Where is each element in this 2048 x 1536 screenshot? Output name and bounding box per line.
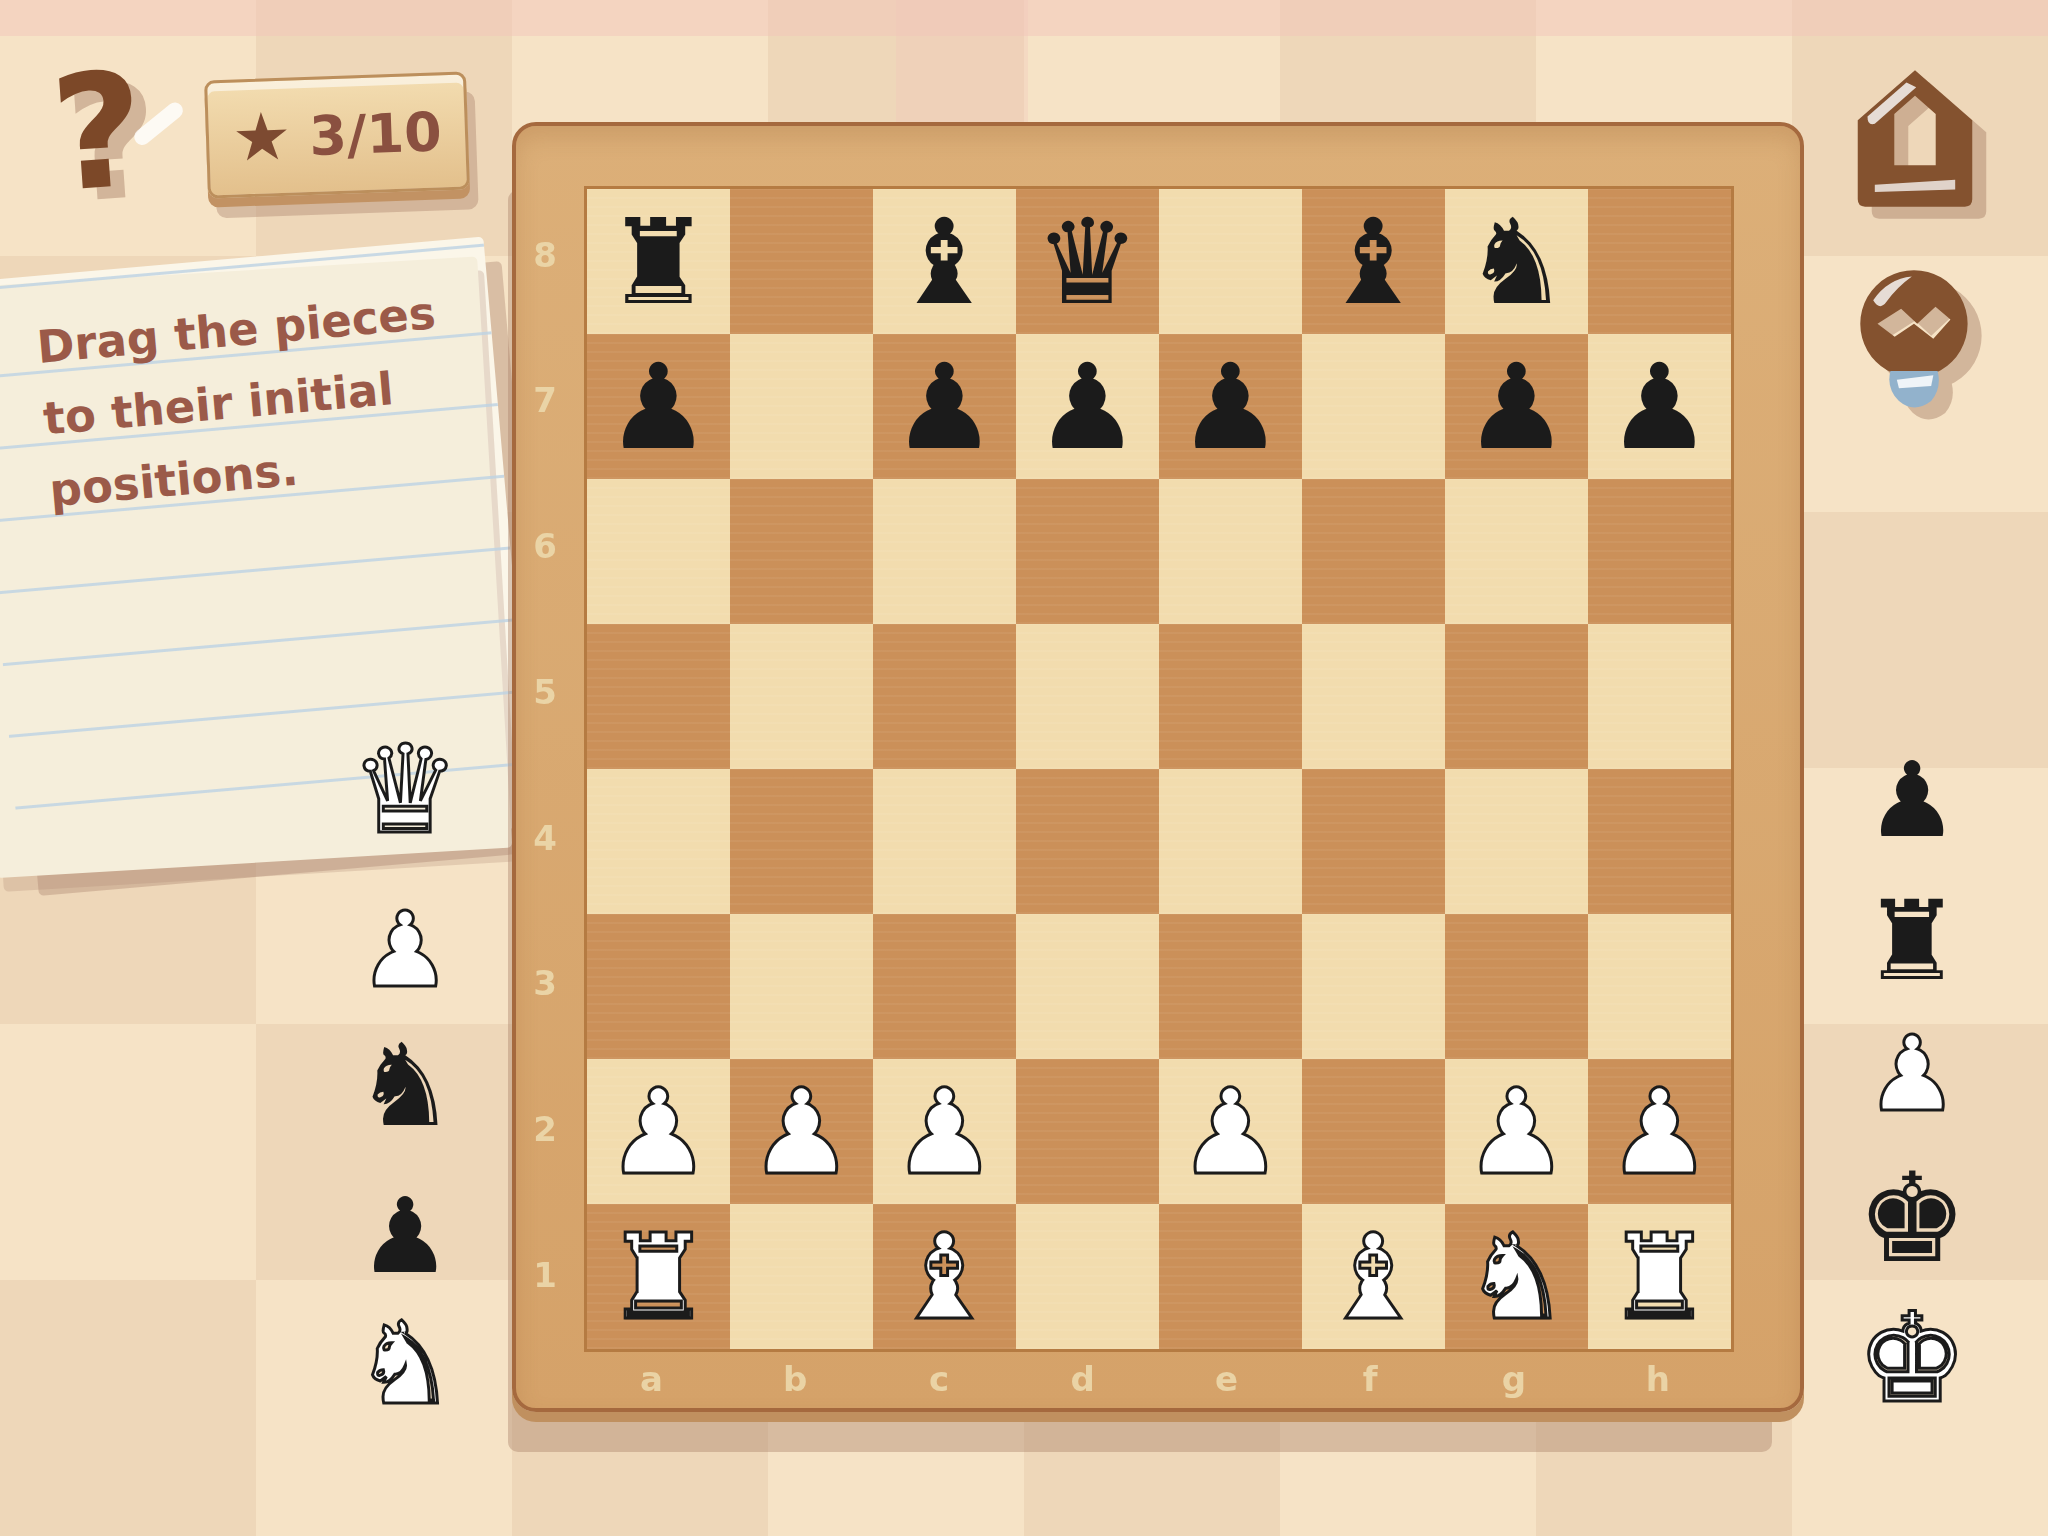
square-h6[interactable]	[1588, 479, 1731, 624]
square-e6[interactable]	[1159, 479, 1302, 624]
square-f6[interactable]	[1302, 479, 1445, 624]
square-b6[interactable]	[730, 479, 873, 624]
square-c2[interactable]: ♟	[873, 1059, 1016, 1204]
background-tint	[0, 0, 2048, 36]
piece-white-bishop[interactable]: ♝	[1321, 1218, 1427, 1336]
piece-black-pawn[interactable]: ♟	[892, 348, 998, 466]
piece-white-rook[interactable]: ♜	[1607, 1218, 1713, 1336]
piece-black-queen[interactable]: ♛	[1035, 203, 1141, 321]
score-text: 3/10	[308, 100, 443, 168]
file-label-b: b	[724, 1348, 867, 1410]
tray-piece-white-king[interactable]: ♚	[1856, 1296, 1967, 1420]
tray-piece-white-pawn[interactable]: ♟	[1865, 1022, 1958, 1126]
square-b8[interactable]	[730, 189, 873, 334]
square-e2[interactable]: ♟	[1159, 1059, 1302, 1204]
help-button[interactable]: ?	[46, 37, 150, 227]
square-f4[interactable]	[1302, 769, 1445, 914]
square-d1[interactable]	[1016, 1204, 1159, 1349]
file-label-c: c	[868, 1348, 1011, 1410]
square-b4[interactable]	[730, 769, 873, 914]
square-h5[interactable]	[1588, 624, 1731, 769]
rank-label-2: 2	[512, 1057, 578, 1202]
rank-label-6: 6	[512, 474, 578, 619]
tray-piece-black-pawn[interactable]: ♟	[1865, 748, 1958, 852]
piece-black-pawn[interactable]: ♟	[1464, 348, 1570, 466]
rank-label-5: 5	[512, 619, 578, 764]
square-a5[interactable]	[587, 624, 730, 769]
square-h2[interactable]: ♟	[1588, 1059, 1731, 1204]
square-h4[interactable]	[1588, 769, 1731, 914]
background-tint	[896, 0, 1028, 142]
board-grid: ♜♝♛♝♞♟♟♟♟♟♟♟♟♟♟♟♟♜♝♝♞♜	[587, 189, 1731, 1349]
square-f7[interactable]	[1302, 334, 1445, 479]
piece-white-rook[interactable]: ♜	[606, 1218, 712, 1336]
tray-piece-black-pawn[interactable]: ♟	[358, 1184, 451, 1288]
tray-piece-white-pawn[interactable]: ♟	[358, 898, 451, 1002]
tray-piece-black-king[interactable]: ♚	[1856, 1156, 1967, 1280]
square-f3[interactable]	[1302, 914, 1445, 1059]
square-b3[interactable]	[730, 914, 873, 1059]
rank-label-1: 1	[512, 1202, 578, 1347]
file-label-h: h	[1586, 1348, 1729, 1410]
piece-white-pawn[interactable]: ♟	[1464, 1073, 1570, 1191]
square-e7[interactable]: ♟	[1159, 334, 1302, 479]
rank-label-7: 7	[512, 328, 578, 473]
piece-black-pawn[interactable]: ♟	[1607, 348, 1713, 466]
rank-label-4: 4	[512, 765, 578, 910]
square-a6[interactable]	[587, 479, 730, 624]
tray-piece-white-queen[interactable]: ♛	[350, 729, 459, 851]
square-f1[interactable]: ♝	[1302, 1204, 1445, 1349]
square-f2[interactable]	[1302, 1059, 1445, 1204]
home-button[interactable]	[1848, 62, 1982, 214]
square-d8[interactable]: ♛	[1016, 189, 1159, 334]
file-label-f: f	[1299, 1348, 1442, 1410]
square-g7[interactable]: ♟	[1445, 334, 1588, 479]
square-c6[interactable]	[873, 479, 1016, 624]
square-f5[interactable]	[1302, 624, 1445, 769]
square-g6[interactable]	[1445, 479, 1588, 624]
piece-white-bishop[interactable]: ♝	[892, 1218, 998, 1336]
square-h1[interactable]: ♜	[1588, 1204, 1731, 1349]
tray-piece-black-knight[interactable]: ♞	[354, 1029, 456, 1143]
hint-button[interactable]	[1858, 268, 1970, 418]
tray-piece-white-knight[interactable]: ♞	[354, 1307, 456, 1421]
piece-black-bishop[interactable]: ♝	[892, 203, 998, 321]
square-h8[interactable]	[1588, 189, 1731, 334]
piece-black-pawn[interactable]: ♟	[606, 348, 712, 466]
instruction-text: Drag the pieces to their initial positio…	[34, 275, 471, 527]
square-d4[interactable]	[1016, 769, 1159, 914]
board-grid-border: ♜♝♛♝♞♟♟♟♟♟♟♟♟♟♟♟♟♜♝♝♞♜	[584, 186, 1734, 1352]
square-g3[interactable]	[1445, 914, 1588, 1059]
square-c1[interactable]: ♝	[873, 1204, 1016, 1349]
square-c5[interactable]	[873, 624, 1016, 769]
piece-white-pawn[interactable]: ♟	[892, 1073, 998, 1191]
piece-black-bishop[interactable]: ♝	[1321, 203, 1427, 321]
square-d5[interactable]	[1016, 624, 1159, 769]
piece-black-pawn[interactable]: ♟	[1035, 348, 1141, 466]
square-d6[interactable]	[1016, 479, 1159, 624]
square-a4[interactable]	[587, 769, 730, 914]
square-a8[interactable]: ♜	[587, 189, 730, 334]
piece-white-pawn[interactable]: ♟	[749, 1073, 855, 1191]
square-d2[interactable]	[1016, 1059, 1159, 1204]
file-label-d: d	[1011, 1348, 1154, 1410]
square-h7[interactable]: ♟	[1588, 334, 1731, 479]
piece-white-pawn[interactable]: ♟	[606, 1073, 712, 1191]
piece-black-rook[interactable]: ♜	[606, 203, 712, 321]
piece-white-pawn[interactable]: ♟	[1607, 1073, 1713, 1191]
home-icon	[1848, 62, 1982, 210]
star-icon: ★	[231, 104, 292, 172]
square-g2[interactable]: ♟	[1445, 1059, 1588, 1204]
score-plaque: ★ 3/10	[204, 71, 470, 198]
piece-white-pawn[interactable]: ♟	[1178, 1073, 1284, 1191]
square-b1[interactable]	[730, 1204, 873, 1349]
square-d3[interactable]	[1016, 914, 1159, 1059]
piece-black-knight[interactable]: ♞	[1464, 203, 1570, 321]
square-c3[interactable]	[873, 914, 1016, 1059]
square-c4[interactable]	[873, 769, 1016, 914]
square-d7[interactable]: ♟	[1016, 334, 1159, 479]
square-e1[interactable]	[1159, 1204, 1302, 1349]
square-g1[interactable]: ♞	[1445, 1204, 1588, 1349]
square-a3[interactable]	[587, 914, 730, 1059]
square-c7[interactable]: ♟	[873, 334, 1016, 479]
square-b2[interactable]: ♟	[730, 1059, 873, 1204]
square-e5[interactable]	[1159, 624, 1302, 769]
square-c8[interactable]: ♝	[873, 189, 1016, 334]
square-g4[interactable]	[1445, 769, 1588, 914]
file-label-g: g	[1443, 1348, 1586, 1410]
square-a2[interactable]: ♟	[587, 1059, 730, 1204]
square-e8[interactable]	[1159, 189, 1302, 334]
square-h3[interactable]	[1588, 914, 1731, 1059]
tray-piece-black-rook[interactable]: ♜	[1863, 886, 1962, 996]
rank-label-3: 3	[512, 911, 578, 1056]
piece-white-knight[interactable]: ♞	[1464, 1218, 1570, 1336]
square-a1[interactable]: ♜	[587, 1204, 730, 1349]
square-g5[interactable]	[1445, 624, 1588, 769]
square-e4[interactable]	[1159, 769, 1302, 914]
square-b7[interactable]	[730, 334, 873, 479]
square-b5[interactable]	[730, 624, 873, 769]
square-g8[interactable]: ♞	[1445, 189, 1588, 334]
square-f8[interactable]: ♝	[1302, 189, 1445, 334]
game-screen: ? ★ 3/10 Drag the pieces to their initia…	[0, 0, 2048, 1536]
file-label-a: a	[580, 1348, 723, 1410]
chess-board: ♜♝♛♝♞♟♟♟♟♟♟♟♟♟♟♟♟♜♝♝♞♜	[512, 122, 1804, 1412]
rank-label-8: 8	[512, 182, 578, 327]
square-a7[interactable]: ♟	[587, 334, 730, 479]
light-bulb-icon	[1858, 268, 1970, 414]
square-e3[interactable]	[1159, 914, 1302, 1059]
piece-black-pawn[interactable]: ♟	[1178, 348, 1284, 466]
file-label-e: e	[1155, 1348, 1298, 1410]
